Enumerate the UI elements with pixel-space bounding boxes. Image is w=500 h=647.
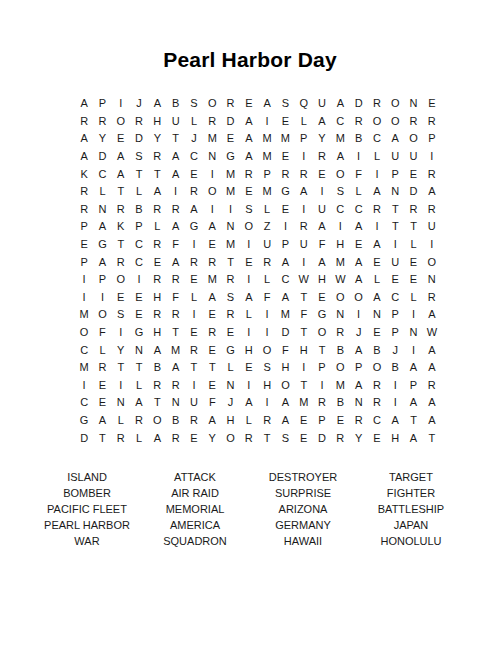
grid-cell-r9c1[interactable]: E xyxy=(75,236,93,254)
grid-cell-r10c14[interactable]: A xyxy=(313,253,331,271)
grid-cell-r16c20[interactable]: A xyxy=(423,359,441,377)
grid-cell-r8c6[interactable]: A xyxy=(166,218,184,236)
grid-cell-r9c4[interactable]: C xyxy=(130,236,148,254)
grid-cell-r12c20[interactable]: R xyxy=(423,289,441,307)
grid-cell-r1c16[interactable]: D xyxy=(349,95,367,113)
grid-cell-r11c20[interactable]: N xyxy=(423,271,441,289)
grid-cell-r2c10[interactable]: A xyxy=(240,113,258,131)
grid-cell-r19c19[interactable]: T xyxy=(404,412,422,430)
grid-cell-r1c5[interactable]: A xyxy=(148,95,166,113)
grid-cell-r13c16[interactable]: I xyxy=(349,306,367,324)
grid-cell-r6c8[interactable]: O xyxy=(203,183,221,201)
grid-cell-r19c11[interactable]: R xyxy=(258,412,276,430)
grid-cell-r16c3[interactable]: T xyxy=(112,359,130,377)
grid-cell-r4c6[interactable]: A xyxy=(166,148,184,166)
grid-cell-r10c2[interactable]: A xyxy=(93,253,111,271)
grid-cell-r10c15[interactable]: M xyxy=(331,253,349,271)
grid-cell-r8c5[interactable]: L xyxy=(148,218,166,236)
grid-cell-r1c3[interactable]: I xyxy=(112,95,130,113)
grid-cell-r2c11[interactable]: I xyxy=(258,113,276,131)
grid-cell-r6c6[interactable]: I xyxy=(166,183,184,201)
grid-cell-r5c19[interactable]: E xyxy=(404,165,422,183)
grid-cell-r8c11[interactable]: Z xyxy=(258,218,276,236)
grid-cell-r3c12[interactable]: M xyxy=(276,130,294,148)
grid-cell-r6c16[interactable]: L xyxy=(349,183,367,201)
grid-cell-r20c9[interactable]: O xyxy=(221,429,239,447)
grid-cell-r4c2[interactable]: D xyxy=(93,148,111,166)
grid-cell-r4c15[interactable]: A xyxy=(331,148,349,166)
grid-cell-r12c2[interactable]: I xyxy=(93,289,111,307)
grid-cell-r17c16[interactable]: A xyxy=(349,377,367,395)
grid-cell-r12c6[interactable]: F xyxy=(166,289,184,307)
grid-cell-r20c1[interactable]: D xyxy=(75,429,93,447)
grid-cell-r1c14[interactable]: U xyxy=(313,95,331,113)
grid-cell-r11c13[interactable]: W xyxy=(295,271,313,289)
grid-cell-r15c5[interactable]: A xyxy=(148,341,166,359)
grid-cell-r7c9[interactable]: I xyxy=(221,201,239,219)
grid-cell-r1c7[interactable]: S xyxy=(185,95,203,113)
grid-cell-r17c19[interactable]: P xyxy=(404,377,422,395)
grid-cell-r8c13[interactable]: R xyxy=(295,218,313,236)
grid-cell-r18c18[interactable]: I xyxy=(386,394,404,412)
grid-cell-r15c19[interactable]: I xyxy=(404,341,422,359)
grid-cell-r11c14[interactable]: H xyxy=(313,271,331,289)
grid-cell-r16c10[interactable]: E xyxy=(240,359,258,377)
grid-cell-r9c19[interactable]: L xyxy=(404,236,422,254)
grid-cell-r4c8[interactable]: N xyxy=(203,148,221,166)
grid-cell-r17c4[interactable]: L xyxy=(130,377,148,395)
grid-cell-r7c19[interactable]: R xyxy=(404,201,422,219)
grid-cell-r20c14[interactable]: D xyxy=(313,429,331,447)
grid-cell-r14c13[interactable]: T xyxy=(295,324,313,342)
grid-cell-r12c17[interactable]: A xyxy=(368,289,386,307)
grid-cell-r16c9[interactable]: L xyxy=(221,359,239,377)
grid-cell-r16c11[interactable]: S xyxy=(258,359,276,377)
grid-cell-r20c8[interactable]: Y xyxy=(203,429,221,447)
grid-cell-r19c6[interactable]: B xyxy=(166,412,184,430)
grid-cell-r7c11[interactable]: L xyxy=(258,201,276,219)
grid-cell-r14c19[interactable]: N xyxy=(404,324,422,342)
grid-cell-r13c3[interactable]: S xyxy=(112,306,130,324)
grid-cell-r13c9[interactable]: R xyxy=(221,306,239,324)
grid-cell-r16c16[interactable]: P xyxy=(349,359,367,377)
grid-cell-r3c13[interactable]: P xyxy=(295,130,313,148)
grid-cell-r19c9[interactable]: H xyxy=(221,412,239,430)
grid-cell-r18c9[interactable]: J xyxy=(221,394,239,412)
grid-cell-r3c2[interactable]: Y xyxy=(93,130,111,148)
grid-cell-r5c11[interactable]: P xyxy=(258,165,276,183)
grid-cell-r1c10[interactable]: E xyxy=(240,95,258,113)
grid-cell-r5c6[interactable]: A xyxy=(166,165,184,183)
grid-cell-r5c3[interactable]: A xyxy=(112,165,130,183)
grid-cell-r7c6[interactable]: R xyxy=(166,201,184,219)
grid-cell-r3c16[interactable]: B xyxy=(349,130,367,148)
grid-cell-r3c15[interactable]: M xyxy=(331,130,349,148)
grid-cell-r17c5[interactable]: R xyxy=(148,377,166,395)
grid-cell-r12c16[interactable]: O xyxy=(349,289,367,307)
grid-cell-r2c16[interactable]: R xyxy=(349,113,367,131)
grid-cell-r6c5[interactable]: A xyxy=(148,183,166,201)
grid-cell-r6c20[interactable]: A xyxy=(423,183,441,201)
grid-cell-r10c3[interactable]: R xyxy=(112,253,130,271)
grid-cell-r17c17[interactable]: R xyxy=(368,377,386,395)
grid-cell-r8c18[interactable]: T xyxy=(386,218,404,236)
grid-cell-r10c10[interactable]: E xyxy=(240,253,258,271)
grid-cell-r16c6[interactable]: A xyxy=(166,359,184,377)
grid-cell-r18c2[interactable]: E xyxy=(93,394,111,412)
grid-cell-r1c17[interactable]: R xyxy=(368,95,386,113)
grid-cell-r1c8[interactable]: O xyxy=(203,95,221,113)
grid-cell-r12c15[interactable]: O xyxy=(331,289,349,307)
grid-cell-r8c8[interactable]: A xyxy=(203,218,221,236)
grid-cell-r5c13[interactable]: R xyxy=(295,165,313,183)
grid-cell-r4c4[interactable]: S xyxy=(130,148,148,166)
grid-cell-r10c4[interactable]: C xyxy=(130,253,148,271)
grid-cell-r6c7[interactable]: R xyxy=(185,183,203,201)
grid-cell-r1c11[interactable]: A xyxy=(258,95,276,113)
grid-cell-r15c16[interactable]: A xyxy=(349,341,367,359)
grid-cell-r13c13[interactable]: F xyxy=(295,306,313,324)
grid-cell-r15c1[interactable]: C xyxy=(75,341,93,359)
grid-cell-r9c3[interactable]: T xyxy=(112,236,130,254)
grid-cell-r19c8[interactable]: A xyxy=(203,412,221,430)
grid-cell-r20c5[interactable]: A xyxy=(148,429,166,447)
grid-cell-r4c14[interactable]: R xyxy=(313,148,331,166)
grid-cell-r15c2[interactable]: L xyxy=(93,341,111,359)
grid-cell-r20c6[interactable]: R xyxy=(166,429,184,447)
grid-cell-r18c16[interactable]: N xyxy=(349,394,367,412)
grid-cell-r3c5[interactable]: Y xyxy=(148,130,166,148)
grid-cell-r2c18[interactable]: O xyxy=(386,113,404,131)
grid-cell-r8c3[interactable]: K xyxy=(112,218,130,236)
grid-cell-r7c13[interactable]: I xyxy=(295,201,313,219)
grid-cell-r12c12[interactable]: A xyxy=(276,289,294,307)
grid-cell-r12c3[interactable]: E xyxy=(112,289,130,307)
grid-cell-r18c10[interactable]: A xyxy=(240,394,258,412)
grid-cell-r10c18[interactable]: U xyxy=(386,253,404,271)
grid-cell-r1c2[interactable]: P xyxy=(93,95,111,113)
grid-cell-r19c10[interactable]: L xyxy=(240,412,258,430)
grid-cell-r18c19[interactable]: A xyxy=(404,394,422,412)
grid-cell-r6c3[interactable]: T xyxy=(112,183,130,201)
grid-cell-r1c1[interactable]: A xyxy=(75,95,93,113)
grid-cell-r11c7[interactable]: E xyxy=(185,271,203,289)
grid-cell-r20c19[interactable]: A xyxy=(404,429,422,447)
grid-cell-r14c2[interactable]: F xyxy=(93,324,111,342)
grid-cell-r9c7[interactable]: I xyxy=(185,236,203,254)
grid-cell-r12c13[interactable]: T xyxy=(295,289,313,307)
grid-cell-r19c16[interactable]: R xyxy=(349,412,367,430)
grid-cell-r2c6[interactable]: U xyxy=(166,113,184,131)
grid-cell-r4c5[interactable]: R xyxy=(148,148,166,166)
grid-cell-r17c8[interactable]: E xyxy=(203,377,221,395)
grid-cell-r11c4[interactable]: I xyxy=(130,271,148,289)
grid-cell-r14c5[interactable]: H xyxy=(148,324,166,342)
grid-cell-r2c12[interactable]: E xyxy=(276,113,294,131)
grid-cell-r18c3[interactable]: N xyxy=(112,394,130,412)
grid-cell-r8c2[interactable]: A xyxy=(93,218,111,236)
grid-cell-r18c17[interactable]: R xyxy=(368,394,386,412)
grid-cell-r5c12[interactable]: R xyxy=(276,165,294,183)
grid-cell-r20c7[interactable]: E xyxy=(185,429,203,447)
grid-cell-r20c11[interactable]: T xyxy=(258,429,276,447)
grid-cell-r6c12[interactable]: G xyxy=(276,183,294,201)
grid-cell-r17c10[interactable]: I xyxy=(240,377,258,395)
grid-cell-r9c17[interactable]: A xyxy=(368,236,386,254)
grid-cell-r16c2[interactable]: R xyxy=(93,359,111,377)
grid-cell-r15c20[interactable]: A xyxy=(423,341,441,359)
grid-cell-r4c18[interactable]: U xyxy=(386,148,404,166)
grid-cell-r2c7[interactable]: L xyxy=(185,113,203,131)
grid-cell-r3c19[interactable]: O xyxy=(404,130,422,148)
grid-cell-r8c17[interactable]: I xyxy=(368,218,386,236)
grid-cell-r17c1[interactable]: I xyxy=(75,377,93,395)
grid-cell-r15c18[interactable]: J xyxy=(386,341,404,359)
grid-cell-r16c1[interactable]: M xyxy=(75,359,93,377)
grid-cell-r10c11[interactable]: R xyxy=(258,253,276,271)
grid-cell-r17c20[interactable]: R xyxy=(423,377,441,395)
grid-cell-r16c14[interactable]: P xyxy=(313,359,331,377)
grid-cell-r11c8[interactable]: M xyxy=(203,271,221,289)
grid-cell-r10c17[interactable]: E xyxy=(368,253,386,271)
grid-cell-r16c19[interactable]: A xyxy=(404,359,422,377)
grid-cell-r9c15[interactable]: H xyxy=(331,236,349,254)
grid-cell-r15c8[interactable]: E xyxy=(203,341,221,359)
grid-cell-r18c7[interactable]: U xyxy=(185,394,203,412)
grid-cell-r14c12[interactable]: D xyxy=(276,324,294,342)
grid-cell-r17c14[interactable]: I xyxy=(313,377,331,395)
grid-cell-r3c3[interactable]: E xyxy=(112,130,130,148)
grid-cell-r15c13[interactable]: H xyxy=(295,341,313,359)
grid-cell-r1c18[interactable]: O xyxy=(386,95,404,113)
grid-cell-r12c4[interactable]: E xyxy=(130,289,148,307)
grid-cell-r17c6[interactable]: R xyxy=(166,377,184,395)
grid-cell-r13c5[interactable]: R xyxy=(148,306,166,324)
grid-cell-r4c20[interactable]: I xyxy=(423,148,441,166)
grid-cell-r5c5[interactable]: T xyxy=(148,165,166,183)
grid-cell-r15c9[interactable]: G xyxy=(221,341,239,359)
grid-cell-r9c13[interactable]: U xyxy=(295,236,313,254)
grid-cell-r7c3[interactable]: R xyxy=(112,201,130,219)
grid-cell-r11c5[interactable]: R xyxy=(148,271,166,289)
grid-cell-r16c5[interactable]: B xyxy=(148,359,166,377)
grid-cell-r5c20[interactable]: R xyxy=(423,165,441,183)
grid-cell-r8c10[interactable]: O xyxy=(240,218,258,236)
grid-cell-r11c6[interactable]: R xyxy=(166,271,184,289)
grid-cell-r7c17[interactable]: R xyxy=(368,201,386,219)
grid-cell-r17c11[interactable]: H xyxy=(258,377,276,395)
grid-cell-r14c1[interactable]: O xyxy=(75,324,93,342)
grid-cell-r8c7[interactable]: G xyxy=(185,218,203,236)
grid-cell-r13c11[interactable]: I xyxy=(258,306,276,324)
grid-cell-r11c19[interactable]: E xyxy=(404,271,422,289)
grid-cell-r2c3[interactable]: O xyxy=(112,113,130,131)
grid-cell-r2c4[interactable]: R xyxy=(130,113,148,131)
grid-cell-r8c1[interactable]: P xyxy=(75,218,93,236)
grid-cell-r2c8[interactable]: R xyxy=(203,113,221,131)
grid-cell-r6c10[interactable]: E xyxy=(240,183,258,201)
grid-cell-r19c7[interactable]: R xyxy=(185,412,203,430)
grid-cell-r6c4[interactable]: L xyxy=(130,183,148,201)
grid-cell-r9c11[interactable]: U xyxy=(258,236,276,254)
grid-cell-r18c5[interactable]: T xyxy=(148,394,166,412)
grid-cell-r10c8[interactable]: R xyxy=(203,253,221,271)
grid-cell-r8c19[interactable]: T xyxy=(404,218,422,236)
grid-cell-r18c13[interactable]: M xyxy=(295,394,313,412)
grid-cell-r13c7[interactable]: I xyxy=(185,306,203,324)
grid-cell-r8c12[interactable]: I xyxy=(276,218,294,236)
grid-cell-r2c13[interactable]: L xyxy=(295,113,313,131)
grid-cell-r15c15[interactable]: B xyxy=(331,341,349,359)
grid-cell-r1c19[interactable]: N xyxy=(404,95,422,113)
grid-cell-r19c1[interactable]: G xyxy=(75,412,93,430)
grid-cell-r14c15[interactable]: R xyxy=(331,324,349,342)
grid-cell-r1c20[interactable]: E xyxy=(423,95,441,113)
grid-cell-r5c18[interactable]: P xyxy=(386,165,404,183)
grid-cell-r10c6[interactable]: A xyxy=(166,253,184,271)
grid-cell-r16c7[interactable]: T xyxy=(185,359,203,377)
grid-cell-r2c20[interactable]: R xyxy=(423,113,441,131)
grid-cell-r6c2[interactable]: L xyxy=(93,183,111,201)
grid-cell-r14c8[interactable]: R xyxy=(203,324,221,342)
grid-cell-r14c7[interactable]: E xyxy=(185,324,203,342)
grid-cell-r19c14[interactable]: P xyxy=(313,412,331,430)
grid-cell-r3c6[interactable]: T xyxy=(166,130,184,148)
grid-cell-r6c9[interactable]: M xyxy=(221,183,239,201)
grid-cell-r13c1[interactable]: M xyxy=(75,306,93,324)
grid-cell-r13c18[interactable]: P xyxy=(386,306,404,324)
grid-cell-r5c8[interactable]: I xyxy=(203,165,221,183)
grid-cell-r12c8[interactable]: A xyxy=(203,289,221,307)
grid-cell-r5c17[interactable]: I xyxy=(368,165,386,183)
grid-cell-r19c18[interactable]: A xyxy=(386,412,404,430)
grid-cell-r18c14[interactable]: R xyxy=(313,394,331,412)
grid-cell-r20c18[interactable]: H xyxy=(386,429,404,447)
grid-cell-r13c10[interactable]: L xyxy=(240,306,258,324)
grid-cell-r7c5[interactable]: R xyxy=(148,201,166,219)
grid-cell-r3c14[interactable]: Y xyxy=(313,130,331,148)
grid-cell-r13c15[interactable]: N xyxy=(331,306,349,324)
grid-cell-r16c12[interactable]: H xyxy=(276,359,294,377)
grid-cell-r2c2[interactable]: R xyxy=(93,113,111,131)
grid-cell-r2c1[interactable]: R xyxy=(75,113,93,131)
grid-cell-r13c14[interactable]: G xyxy=(313,306,331,324)
grid-cell-r15c14[interactable]: T xyxy=(313,341,331,359)
grid-cell-r20c4[interactable]: L xyxy=(130,429,148,447)
grid-cell-r15c7[interactable]: R xyxy=(185,341,203,359)
grid-cell-r1c15[interactable]: A xyxy=(331,95,349,113)
grid-cell-r15c10[interactable]: H xyxy=(240,341,258,359)
grid-cell-r11c1[interactable]: I xyxy=(75,271,93,289)
grid-cell-r7c10[interactable]: S xyxy=(240,201,258,219)
grid-cell-r20c3[interactable]: R xyxy=(112,429,130,447)
grid-cell-r9c6[interactable]: F xyxy=(166,236,184,254)
grid-cell-r13c4[interactable]: E xyxy=(130,306,148,324)
grid-cell-r4c10[interactable]: A xyxy=(240,148,258,166)
grid-cell-r20c10[interactable]: R xyxy=(240,429,258,447)
grid-cell-r8c14[interactable]: A xyxy=(313,218,331,236)
grid-cell-r15c17[interactable]: B xyxy=(368,341,386,359)
grid-cell-r7c8[interactable]: I xyxy=(203,201,221,219)
grid-cell-r6c17[interactable]: A xyxy=(368,183,386,201)
grid-cell-r18c11[interactable]: I xyxy=(258,394,276,412)
grid-cell-r4c17[interactable]: L xyxy=(368,148,386,166)
grid-cell-r13c2[interactable]: O xyxy=(93,306,111,324)
grid-cell-r9c16[interactable]: E xyxy=(349,236,367,254)
grid-cell-r6c11[interactable]: M xyxy=(258,183,276,201)
grid-cell-r3c4[interactable]: D xyxy=(130,130,148,148)
grid-cell-r12c18[interactable]: C xyxy=(386,289,404,307)
grid-cell-r12c5[interactable]: H xyxy=(148,289,166,307)
grid-cell-r9c5[interactable]: R xyxy=(148,236,166,254)
grid-cell-r3c11[interactable]: M xyxy=(258,130,276,148)
grid-cell-r7c2[interactable]: N xyxy=(93,201,111,219)
grid-cell-r18c20[interactable]: A xyxy=(423,394,441,412)
grid-cell-r19c12[interactable]: A xyxy=(276,412,294,430)
grid-cell-r16c17[interactable]: O xyxy=(368,359,386,377)
grid-cell-r17c18[interactable]: I xyxy=(386,377,404,395)
grid-cell-r3c1[interactable]: A xyxy=(75,130,93,148)
grid-cell-r4c3[interactable]: A xyxy=(112,148,130,166)
grid-cell-r3c18[interactable]: A xyxy=(386,130,404,148)
grid-cell-r11c18[interactable]: E xyxy=(386,271,404,289)
grid-cell-r20c13[interactable]: E xyxy=(295,429,313,447)
grid-cell-r6c13[interactable]: A xyxy=(295,183,313,201)
grid-cell-r13c19[interactable]: I xyxy=(404,306,422,324)
grid-cell-r8c4[interactable]: P xyxy=(130,218,148,236)
grid-cell-r8c16[interactable]: A xyxy=(349,218,367,236)
grid-cell-r4c1[interactable]: A xyxy=(75,148,93,166)
grid-cell-r3c20[interactable]: P xyxy=(423,130,441,148)
grid-cell-r13c20[interactable]: A xyxy=(423,306,441,324)
grid-cell-r14c17[interactable]: E xyxy=(368,324,386,342)
grid-cell-r17c2[interactable]: E xyxy=(93,377,111,395)
grid-cell-r5c1[interactable]: K xyxy=(75,165,93,183)
grid-cell-r18c1[interactable]: C xyxy=(75,394,93,412)
grid-cell-r5c2[interactable]: C xyxy=(93,165,111,183)
grid-cell-r11c16[interactable]: A xyxy=(349,271,367,289)
grid-cell-r2c14[interactable]: A xyxy=(313,113,331,131)
grid-cell-r14c6[interactable]: T xyxy=(166,324,184,342)
grid-cell-r5c16[interactable]: F xyxy=(349,165,367,183)
grid-cell-r3c7[interactable]: J xyxy=(185,130,203,148)
grid-cell-r9c8[interactable]: E xyxy=(203,236,221,254)
grid-cell-r16c13[interactable]: I xyxy=(295,359,313,377)
grid-cell-r6c14[interactable]: I xyxy=(313,183,331,201)
grid-cell-r10c19[interactable]: E xyxy=(404,253,422,271)
grid-cell-r5c7[interactable]: E xyxy=(185,165,203,183)
grid-cell-r20c12[interactable]: S xyxy=(276,429,294,447)
grid-cell-r14c9[interactable]: E xyxy=(221,324,239,342)
grid-cell-r8c9[interactable]: N xyxy=(221,218,239,236)
grid-cell-r3c9[interactable]: E xyxy=(221,130,239,148)
grid-cell-r20c16[interactable]: Y xyxy=(349,429,367,447)
grid-cell-r19c5[interactable]: O xyxy=(148,412,166,430)
grid-cell-r11c9[interactable]: R xyxy=(221,271,239,289)
grid-cell-r10c13[interactable]: I xyxy=(295,253,313,271)
grid-cell-r15c6[interactable]: M xyxy=(166,341,184,359)
grid-cell-r17c9[interactable]: N xyxy=(221,377,239,395)
grid-cell-r2c15[interactable]: C xyxy=(331,113,349,131)
grid-cell-r4c13[interactable]: I xyxy=(295,148,313,166)
grid-cell-r12c11[interactable]: F xyxy=(258,289,276,307)
grid-cell-r17c15[interactable]: M xyxy=(331,377,349,395)
grid-cell-r19c3[interactable]: L xyxy=(112,412,130,430)
grid-cell-r13c8[interactable]: E xyxy=(203,306,221,324)
grid-cell-r4c11[interactable]: M xyxy=(258,148,276,166)
grid-cell-r1c6[interactable]: B xyxy=(166,95,184,113)
grid-cell-r2c19[interactable]: R xyxy=(404,113,422,131)
